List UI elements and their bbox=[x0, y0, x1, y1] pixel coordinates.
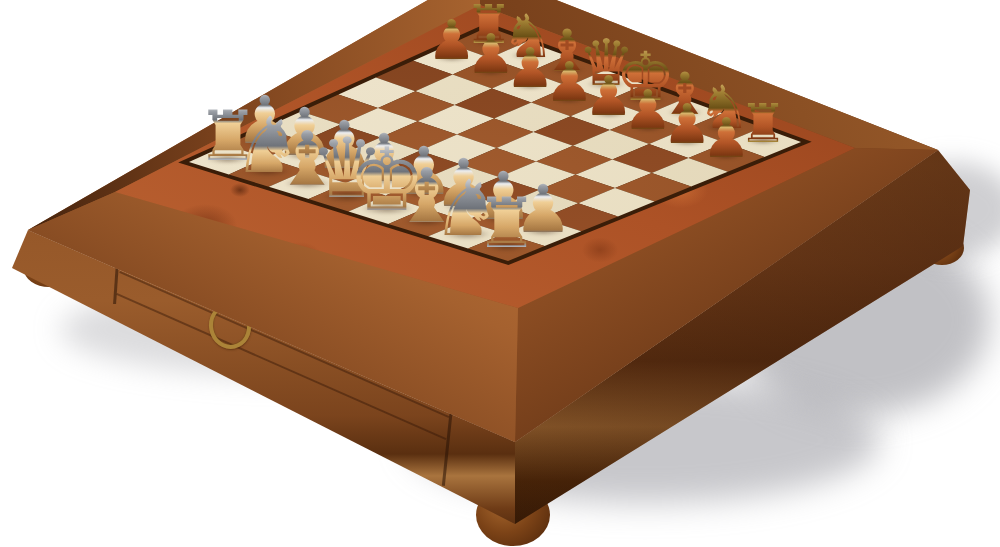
pieces-layer: ♜♞♝♛♚♝♞♜♟♟♟♟♟♟♟♟♟♟♟♟♟♟♟♟♜♞♝♛♚♝♞♜ bbox=[0, 0, 1000, 547]
piece-black-pawn[interactable]: ♟ bbox=[699, 111, 754, 166]
chess-set-photo: ♜♞♝♛♚♝♞♜♟♟♟♟♟♟♟♟♟♟♟♟♟♟♟♟♜♞♝♛♚♝♞♜ bbox=[0, 0, 1000, 547]
piece-white-rook[interactable]: ♜ bbox=[472, 189, 541, 258]
